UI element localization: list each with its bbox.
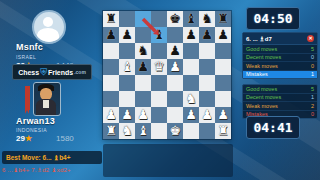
square-e2[interactable] bbox=[167, 107, 183, 123]
clock-top: 04:50 bbox=[246, 7, 300, 30]
square-f8[interactable]: ♝ bbox=[183, 11, 199, 27]
white-pawn-b2[interactable]: ♟ bbox=[119, 107, 135, 123]
square-c1[interactable]: ♝ bbox=[135, 123, 151, 139]
player-name: Arwan13 bbox=[16, 116, 55, 126]
square-d6[interactable] bbox=[151, 43, 167, 59]
bottom-panel-label-decent: Decent moves bbox=[246, 94, 281, 100]
avatar-silhouette bbox=[37, 28, 59, 42]
square-a1[interactable]: ♜ bbox=[103, 123, 119, 139]
black-knight-c6[interactable]: ♞ bbox=[135, 43, 151, 59]
last-move-label: 6. ... ♗d7 bbox=[246, 35, 272, 42]
square-e5[interactable]: ♟ bbox=[167, 59, 183, 75]
square-c4[interactable] bbox=[135, 75, 151, 91]
white-pawn-e5[interactable]: ♟ bbox=[167, 59, 183, 75]
bottom-panel-label-good: Good moves bbox=[246, 86, 277, 92]
top-panel-value-mistakes: 1 bbox=[311, 71, 314, 77]
square-h3[interactable] bbox=[215, 91, 231, 107]
stats-panel-bottom: Good moves5Decent moves1Weak moves2Mista… bbox=[242, 84, 318, 119]
square-g4[interactable] bbox=[199, 75, 215, 91]
square-c3[interactable] bbox=[135, 91, 151, 107]
bottom-panel-value-mistakes: 0 bbox=[311, 111, 314, 117]
white-bishop-c1[interactable]: ♝ bbox=[135, 123, 151, 139]
square-b7[interactable]: ♟ bbox=[119, 27, 135, 43]
square-d2[interactable] bbox=[151, 107, 167, 123]
avatar bbox=[33, 82, 61, 116]
black-rook-a8[interactable]: ♜ bbox=[103, 11, 119, 27]
square-e4[interactable] bbox=[167, 75, 183, 91]
square-h2[interactable]: ♟ bbox=[215, 107, 231, 123]
white-pawn-g2[interactable]: ♟ bbox=[199, 107, 215, 123]
square-d1[interactable] bbox=[151, 123, 167, 139]
black-bishop-f8[interactable]: ♝ bbox=[183, 11, 199, 27]
white-pawn-h2[interactable]: ♟ bbox=[215, 107, 231, 123]
square-h5[interactable] bbox=[215, 59, 231, 75]
top-panel-row-mistakes: Mistakes1 bbox=[243, 71, 317, 79]
black-pawn-f7[interactable]: ♟ bbox=[183, 27, 199, 43]
logo-text-left: Chess bbox=[18, 69, 39, 76]
square-g8[interactable]: ♞ bbox=[199, 11, 215, 27]
square-c6[interactable]: ♞ bbox=[135, 43, 151, 59]
square-b8[interactable] bbox=[119, 11, 135, 27]
square-c5[interactable]: ♟ bbox=[135, 59, 151, 75]
square-b3[interactable] bbox=[119, 91, 135, 107]
square-b1[interactable]: ♞ bbox=[119, 123, 135, 139]
white-knight-b1[interactable]: ♞ bbox=[119, 123, 135, 139]
square-h4[interactable] bbox=[215, 75, 231, 91]
square-b6[interactable] bbox=[119, 43, 135, 59]
square-h7[interactable]: ♟ bbox=[215, 27, 231, 43]
player-country: ISRAEL bbox=[16, 54, 36, 60]
square-a6[interactable] bbox=[103, 43, 119, 59]
square-e1[interactable]: ♚ bbox=[167, 123, 183, 139]
square-f7[interactable]: ♟ bbox=[183, 27, 199, 43]
square-a3[interactable] bbox=[103, 91, 119, 107]
stats-rows: Good moves5Decent moves1Weak moves2Mista… bbox=[243, 85, 317, 118]
bottom-panel-row-weak: Weak moves2 bbox=[243, 102, 317, 111]
square-b4[interactable] bbox=[119, 75, 135, 91]
square-h6[interactable] bbox=[215, 43, 231, 59]
square-c7[interactable] bbox=[135, 27, 151, 43]
player-card-bottom: Arwan13 INDONESIA 29★ 1580 bbox=[0, 80, 100, 150]
square-g5[interactable] bbox=[199, 59, 215, 75]
bottom-panel-label-weak: Weak moves bbox=[246, 103, 278, 109]
black-pawn-h7[interactable]: ♟ bbox=[215, 27, 231, 43]
black-pawn-g7[interactable]: ♟ bbox=[199, 27, 215, 43]
white-pawn-a2[interactable]: ♟ bbox=[103, 107, 119, 123]
top-panel-value-good: 5 bbox=[311, 46, 314, 52]
engine-line: 6 ...♝b4+ 7.♗d2 ♝xd2+ bbox=[2, 166, 98, 173]
player-rating: 1580 bbox=[56, 134, 74, 143]
square-e3[interactable] bbox=[167, 91, 183, 107]
black-pawn-a7[interactable]: ♟ bbox=[103, 27, 119, 43]
shield-icon: ⛨ bbox=[40, 69, 47, 76]
player-stars: 29★ bbox=[16, 134, 32, 143]
square-d3[interactable] bbox=[151, 91, 167, 107]
white-knight-f3[interactable]: ♞ bbox=[183, 91, 199, 107]
square-f1[interactable] bbox=[183, 123, 199, 139]
black-king-e8[interactable]: ♚ bbox=[167, 11, 183, 27]
top-panel-value-weak: 0 bbox=[311, 63, 314, 69]
black-bishop-d7[interactable]: ♝ bbox=[151, 27, 167, 43]
avatar bbox=[32, 10, 66, 44]
black-pawn-c5[interactable]: ♟ bbox=[135, 59, 151, 75]
white-king-e1[interactable]: ♚ bbox=[167, 123, 183, 139]
white-rook-a1[interactable]: ♜ bbox=[103, 123, 119, 139]
square-g6[interactable] bbox=[199, 43, 215, 59]
square-h8[interactable]: ♜ bbox=[215, 11, 231, 27]
square-f5[interactable] bbox=[183, 59, 199, 75]
square-a7[interactable]: ♟ bbox=[103, 27, 119, 43]
player-name: Msnfc bbox=[16, 42, 43, 52]
square-f4[interactable] bbox=[183, 75, 199, 91]
square-g1[interactable] bbox=[199, 123, 215, 139]
stats-panel-top: 6. ... ♗d7 ✕ Good moves5Decent moves0Wea… bbox=[242, 32, 318, 79]
white-rook-h1[interactable]: ♜ bbox=[215, 123, 231, 139]
top-panel-label-good: Good moves bbox=[246, 46, 277, 52]
top-panel-label-mistakes: Mistakes bbox=[246, 71, 268, 77]
bottom-panel-row-decent: Decent moves1 bbox=[243, 94, 317, 103]
black-rook-h8[interactable]: ♜ bbox=[215, 11, 231, 27]
stats-rows: Good moves5Decent moves0Weak moves0Mista… bbox=[243, 45, 317, 78]
white-pawn-f2[interactable]: ♟ bbox=[183, 107, 199, 123]
square-a8[interactable]: ♜ bbox=[103, 11, 119, 27]
square-b2[interactable]: ♟ bbox=[119, 107, 135, 123]
square-g2[interactable]: ♟ bbox=[199, 107, 215, 123]
black-knight-g8[interactable]: ♞ bbox=[199, 11, 215, 27]
player-country: INDONESIA bbox=[16, 127, 47, 133]
ribbon-badge bbox=[25, 86, 30, 110]
logo-suffix: .com bbox=[74, 69, 86, 75]
mistake-icon: ✕ bbox=[307, 35, 314, 42]
square-b5[interactable]: ♝ bbox=[119, 59, 135, 75]
clock-bottom: 04:41 bbox=[246, 116, 300, 139]
white-queen-d5[interactable]: ♛ bbox=[151, 59, 167, 75]
square-d8[interactable] bbox=[151, 11, 167, 27]
square-f3[interactable]: ♞ bbox=[183, 91, 199, 107]
square-a2[interactable]: ♟ bbox=[103, 107, 119, 123]
bottom-panel-value-good: 5 bbox=[311, 86, 314, 92]
top-panel-label-weak: Weak moves bbox=[246, 63, 278, 69]
logo-text-right: Friends bbox=[48, 69, 73, 76]
chess-board[interactable]: ♜♚♝♞♜♟♟♝♟♟♟♞♟♝♟♛♟♞♟♟♟♟♟♟♜♞♝♚♜ bbox=[103, 11, 231, 139]
square-c8[interactable] bbox=[135, 11, 151, 27]
best-move-banner: Best Move: 6... ♝b4+ bbox=[2, 151, 102, 164]
top-panel-value-decent: 0 bbox=[311, 54, 314, 60]
square-a5[interactable] bbox=[103, 59, 119, 75]
square-a4[interactable] bbox=[103, 75, 119, 91]
black-pawn-b7[interactable]: ♟ bbox=[119, 27, 135, 43]
top-panel-row-weak: Weak moves0 bbox=[243, 62, 317, 71]
square-f2[interactable]: ♟ bbox=[183, 107, 199, 123]
bottom-panel-value-decent: 1 bbox=[311, 94, 314, 100]
chessfriends-logo: Chess⛨Friends.com bbox=[12, 64, 92, 80]
square-d5[interactable]: ♛ bbox=[151, 59, 167, 75]
square-d7[interactable]: ♝ bbox=[151, 27, 167, 43]
square-g7[interactable]: ♟ bbox=[199, 27, 215, 43]
square-e6[interactable]: ♟ bbox=[167, 43, 183, 59]
square-d4[interactable] bbox=[151, 75, 167, 91]
square-e8[interactable]: ♚ bbox=[167, 11, 183, 27]
square-g3[interactable] bbox=[199, 91, 215, 107]
top-panel-label-decent: Decent moves bbox=[246, 54, 281, 60]
white-pawn-c2[interactable]: ♟ bbox=[135, 107, 151, 123]
top-panel-row-good: Good moves5 bbox=[243, 45, 317, 54]
top-panel-row-decent: Decent moves0 bbox=[243, 54, 317, 63]
square-h1[interactable]: ♜ bbox=[215, 123, 231, 139]
avatar-silhouette bbox=[43, 17, 53, 27]
square-e7[interactable] bbox=[167, 27, 183, 43]
square-f6[interactable] bbox=[183, 43, 199, 59]
move-list-panel bbox=[103, 144, 233, 177]
avatar-collar bbox=[43, 100, 49, 108]
bottom-panel-value-weak: 2 bbox=[311, 103, 314, 109]
board-grid[interactable]: ♜♚♝♞♜♟♟♝♟♟♟♞♟♝♟♛♟♞♟♟♟♟♟♟♜♞♝♚♜ bbox=[103, 11, 231, 139]
bottom-panel-row-good: Good moves5 bbox=[243, 85, 317, 94]
white-bishop-b5[interactable]: ♝ bbox=[119, 59, 135, 75]
star-icon: ★ bbox=[25, 134, 32, 143]
square-c2[interactable]: ♟ bbox=[135, 107, 151, 123]
black-pawn-e6[interactable]: ♟ bbox=[167, 43, 183, 59]
